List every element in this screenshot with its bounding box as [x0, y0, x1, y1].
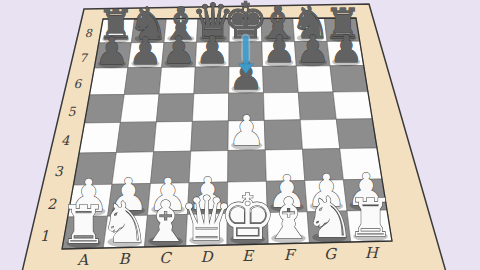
- chess-board[interactable]: 87654321ABCDEFGH♜♞♝♛♚♝♞♜♟♟♟♟♟♟♟♟♟♟♟♟♟♟♟♟…: [0, 0, 480, 270]
- black-pawn-h7[interactable]: ♟: [329, 27, 363, 71]
- chess-board-scene: 87654321ABCDEFGH♜♞♝♛♚♝♞♜♟♟♟♟♟♟♟♟♟♟♟♟♟♟♟♟…: [0, 0, 480, 270]
- white-rook-h1[interactable]: ♜: [347, 187, 394, 248]
- square-a5[interactable]: [85, 95, 125, 124]
- rank-label-6: 6: [74, 77, 83, 91]
- black-pawn-a7[interactable]: ♟: [95, 29, 129, 73]
- square-d5[interactable]: [192, 93, 228, 121]
- rank-label-8: 8: [85, 27, 93, 40]
- square-f4[interactable]: [264, 120, 302, 150]
- square-b4[interactable]: [116, 122, 156, 153]
- rank-label-5: 5: [67, 104, 76, 119]
- square-d4[interactable]: [191, 121, 229, 151]
- square-c4[interactable]: [154, 121, 193, 151]
- square-c5[interactable]: [156, 94, 194, 122]
- square-h5[interactable]: [333, 92, 372, 120]
- black-pawn-d7[interactable]: ♟: [195, 28, 229, 72]
- black-pawn-b7[interactable]: ♟: [129, 29, 163, 73]
- black-pawn-f7[interactable]: ♟: [262, 27, 296, 71]
- square-f5[interactable]: [264, 92, 301, 120]
- black-pawn-c7[interactable]: ♟: [162, 28, 196, 72]
- rank-label-2: 2: [47, 196, 57, 212]
- rank-label-3: 3: [54, 163, 64, 179]
- white-pawn-e4[interactable]: ♟: [228, 107, 265, 155]
- square-g4[interactable]: [300, 119, 340, 149]
- black-pawn-g7[interactable]: ♟: [296, 27, 330, 71]
- square-h4[interactable]: [336, 119, 377, 149]
- rank-label-1: 1: [40, 227, 49, 244]
- square-g5[interactable]: [298, 92, 336, 120]
- rank-label-4: 4: [61, 133, 70, 148]
- square-a4[interactable]: [79, 122, 120, 153]
- square-b5[interactable]: [120, 94, 159, 122]
